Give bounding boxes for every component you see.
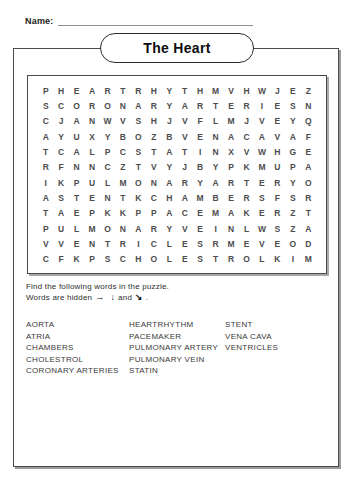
grid-cell-r1c17[interactable]: E <box>285 83 300 98</box>
grid-cell-r1c13[interactable]: V <box>223 83 238 98</box>
grid-cell-r7c12[interactable]: A <box>208 175 223 190</box>
grid-cell-r8c3[interactable]: T <box>69 190 84 205</box>
grid-cell-r11c15[interactable]: V <box>254 236 269 251</box>
grid-cell-r12c16[interactable]: K <box>270 252 285 267</box>
grid-cell-r4c16[interactable]: V <box>270 129 285 144</box>
grid-cell-r12c7[interactable]: H <box>131 252 146 267</box>
grid-cell-r4c13[interactable]: A <box>223 129 238 144</box>
grid-cell-r8c17[interactable]: S <box>285 190 300 205</box>
grid-cell-r5c18[interactable]: E <box>301 144 316 159</box>
grid-cell-r3c15[interactable]: V <box>254 114 269 129</box>
grid-cell-r12c18[interactable]: M <box>301 252 316 267</box>
grid-cell-r9c8[interactable]: P <box>146 206 161 221</box>
worksheet-page: Name: The Heart PHEARTRHYTHMVHWJEZSCORON… <box>0 0 354 500</box>
grid-cell-r8c13[interactable]: E <box>223 190 238 205</box>
grid-cell-r3c11[interactable]: F <box>192 114 207 129</box>
grid-cell-r1c4[interactable]: A <box>84 83 99 98</box>
grid-cell-r5c14[interactable]: V <box>239 144 254 159</box>
grid-cell-r2c1[interactable]: S <box>38 98 53 113</box>
grid-cell-r5c9[interactable]: A <box>162 144 177 159</box>
grid-cell-r2c11[interactable]: R <box>192 98 207 113</box>
grid-cell-r12c4[interactable]: P <box>84 252 99 267</box>
letter-grid: PHEARTRHYTHMVHWJEZSCORONARYARTERIESNCJAN… <box>38 83 316 267</box>
grid-cell-r4c1[interactable]: A <box>38 129 53 144</box>
grid-cell-r6c10[interactable]: J <box>177 160 192 175</box>
grid-cell-r9c10[interactable]: C <box>177 206 192 221</box>
grid-cell-r12c5[interactable]: S <box>100 252 115 267</box>
grid-cell-r9c12[interactable]: M <box>208 206 223 221</box>
grid-cell-r3c6[interactable]: V <box>115 114 130 129</box>
grid-cell-r6c4[interactable]: N <box>84 160 99 175</box>
grid-cell-r7c9[interactable]: A <box>162 175 177 190</box>
grid-cell-r11c4[interactable]: N <box>84 236 99 251</box>
grid-cell-r7c18[interactable]: O <box>301 175 316 190</box>
grid-cell-r3c3[interactable]: A <box>69 114 84 129</box>
grid-cell-r1c12[interactable]: M <box>208 83 223 98</box>
word-item: AORTA <box>26 319 129 331</box>
grid-cell-r4c11[interactable]: E <box>192 129 207 144</box>
grid-cell-r4c12[interactable]: N <box>208 129 223 144</box>
name-label: Name: <box>25 16 54 26</box>
grid-cell-r8c1[interactable]: A <box>38 190 53 205</box>
grid-cell-r6c17[interactable]: P <box>285 160 300 175</box>
grid-cell-r1c16[interactable]: J <box>270 83 285 98</box>
grid-cell-r10c8[interactable]: R <box>146 221 161 236</box>
grid-cell-r9c16[interactable]: R <box>270 206 285 221</box>
grid-cell-r2c12[interactable]: T <box>208 98 223 113</box>
grid-cell-r9c9[interactable]: A <box>162 206 177 221</box>
grid-cell-r2c15[interactable]: I <box>254 98 269 113</box>
and-word: and <box>118 293 132 302</box>
grid-cell-r3c9[interactable]: J <box>162 114 177 129</box>
word-item: CHAMBERS <box>26 342 129 354</box>
grid-cell-r2c17[interactable]: S <box>285 98 300 113</box>
grid-cell-r9c15[interactable]: E <box>254 206 269 221</box>
grid-cell-r3c10[interactable]: V <box>177 114 192 129</box>
grid-cell-r10c7[interactable]: A <box>131 221 146 236</box>
grid-cell-r7c14[interactable]: T <box>239 175 254 190</box>
word-item: VENA CAVA <box>225 331 315 343</box>
grid-cell-r12c6[interactable]: C <box>115 252 130 267</box>
grid-cell-r6c15[interactable]: M <box>254 160 269 175</box>
grid-cell-r11c6[interactable]: R <box>115 236 130 251</box>
grid-cell-r10c2[interactable]: U <box>53 221 68 236</box>
grid-cell-r10c15[interactable]: W <box>254 221 269 236</box>
grid-cell-r11c3[interactable]: E <box>69 236 84 251</box>
grid-cell-r7c17[interactable]: Y <box>285 175 300 190</box>
grid-cell-r12c15[interactable]: L <box>254 252 269 267</box>
grid-cell-r11c11[interactable]: S <box>192 236 207 251</box>
grid-cell-r2c14[interactable]: R <box>239 98 254 113</box>
grid-cell-r12c9[interactable]: L <box>162 252 177 267</box>
grid-cell-r5c5[interactable]: P <box>100 144 115 159</box>
grid-cell-r6c1[interactable]: R <box>38 160 53 175</box>
period: . <box>146 293 148 302</box>
grid-cell-r10c12[interactable]: I <box>208 221 223 236</box>
grid-cell-r12c2[interactable]: F <box>53 252 68 267</box>
grid-cell-r10c14[interactable]: L <box>239 221 254 236</box>
grid-cell-r2c7[interactable]: A <box>131 98 146 113</box>
grid-cell-r11c1[interactable]: V <box>38 236 53 251</box>
grid-cell-r7c5[interactable]: L <box>100 175 115 190</box>
grid-cell-r1c3[interactable]: E <box>69 83 84 98</box>
grid-cell-r9c17[interactable]: Z <box>285 206 300 221</box>
grid-cell-r6c11[interactable]: B <box>192 160 207 175</box>
grid-cell-r6c5[interactable]: C <box>100 160 115 175</box>
grid-cell-r5c16[interactable]: H <box>270 144 285 159</box>
grid-cell-r4c14[interactable]: C <box>239 129 254 144</box>
down-arrow-icon: ↓ <box>107 292 118 302</box>
puzzle-title: The Heart <box>143 40 210 56</box>
grid-cell-r12c3[interactable]: K <box>69 252 84 267</box>
grid-cell-r10c5[interactable]: O <box>100 221 115 236</box>
grid-cell-r9c1[interactable]: T <box>38 206 53 221</box>
grid-cell-r4c8[interactable]: Z <box>146 129 161 144</box>
grid-cell-r8c8[interactable]: C <box>146 190 161 205</box>
grid-cell-r7c15[interactable]: E <box>254 175 269 190</box>
word-list-column-1: AORTAATRIACHAMBERSCHOLESTROLCORONARY ART… <box>26 319 129 377</box>
grid-cell-r11c8[interactable]: C <box>146 236 161 251</box>
grid-cell-r4c4[interactable]: X <box>84 129 99 144</box>
grid-cell-r6c3[interactable]: N <box>69 160 84 175</box>
grid-cell-r6c18[interactable]: A <box>301 160 316 175</box>
word-item: CORONARY ARTERIES <box>26 365 129 377</box>
grid-cell-r11c14[interactable]: E <box>239 236 254 251</box>
grid-cell-r9c2[interactable]: A <box>53 206 68 221</box>
grid-cell-r6c12[interactable]: Y <box>208 160 223 175</box>
grid-cell-r5c12[interactable]: N <box>208 144 223 159</box>
grid-cell-r5c2[interactable]: C <box>53 144 68 159</box>
grid-cell-r3c7[interactable]: S <box>131 114 146 129</box>
word-item: CHOLESTROL <box>26 354 129 366</box>
grid-cell-r11c13[interactable]: M <box>223 236 238 251</box>
name-fill-in-line[interactable] <box>58 14 253 26</box>
diagonal-arrow-icon: ↘ <box>132 292 146 302</box>
grid-cell-r1c9[interactable]: Y <box>162 83 177 98</box>
grid-cell-r3c18[interactable]: Q <box>301 114 316 129</box>
grid-cell-r12c17[interactable]: I <box>285 252 300 267</box>
title-capsule: The Heart <box>100 33 254 63</box>
grid-cell-r7c7[interactable]: O <box>131 175 146 190</box>
grid-cell-r8c7[interactable]: K <box>131 190 146 205</box>
grid-cell-r4c2[interactable]: Y <box>53 129 68 144</box>
grid-cell-r5c11[interactable]: I <box>192 144 207 159</box>
grid-cell-r5c15[interactable]: W <box>254 144 269 159</box>
grid-cell-r7c16[interactable]: R <box>270 175 285 190</box>
grid-cell-r2c8[interactable]: R <box>146 98 161 113</box>
grid-cell-r6c16[interactable]: U <box>270 160 285 175</box>
grid-cell-r12c14[interactable]: O <box>239 252 254 267</box>
grid-cell-r3c17[interactable]: Y <box>285 114 300 129</box>
grid-cell-r5c17[interactable]: G <box>285 144 300 159</box>
grid-cell-r3c13[interactable]: M <box>223 114 238 129</box>
grid-cell-r8c11[interactable]: M <box>192 190 207 205</box>
grid-cell-r6c9[interactable]: Y <box>162 160 177 175</box>
word-list: AORTAATRIACHAMBERSCHOLESTROLCORONARY ART… <box>26 319 315 377</box>
grid-cell-r8c15[interactable]: S <box>254 190 269 205</box>
word-item: STATIN <box>129 365 225 377</box>
grid-cell-r2c4[interactable]: R <box>84 98 99 113</box>
grid-cell-r4c9[interactable]: B <box>162 129 177 144</box>
grid-cell-r4c17[interactable]: A <box>285 129 300 144</box>
grid-cell-r2c13[interactable]: E <box>223 98 238 113</box>
grid-cell-r1c5[interactable]: R <box>100 83 115 98</box>
grid-cell-r9c4[interactable]: P <box>84 206 99 221</box>
grid-cell-r8c16[interactable]: F <box>270 190 285 205</box>
grid-cell-r9c18[interactable]: T <box>301 206 316 221</box>
word-item: VENTRICLES <box>225 342 315 354</box>
grid-cell-r5c3[interactable]: A <box>69 144 84 159</box>
grid-cell-r5c6[interactable]: C <box>115 144 130 159</box>
grid-cell-r9c14[interactable]: K <box>239 206 254 221</box>
grid-cell-r2c18[interactable]: N <box>301 98 316 113</box>
grid-cell-r8c2[interactable]: S <box>53 190 68 205</box>
grid-cell-r9c13[interactable]: A <box>223 206 238 221</box>
grid-cell-r12c12[interactable]: T <box>208 252 223 267</box>
grid-cell-r5c7[interactable]: S <box>131 144 146 159</box>
grid-cell-r10c10[interactable]: V <box>177 221 192 236</box>
grid-cell-r1c2[interactable]: H <box>53 83 68 98</box>
grid-cell-r7c2[interactable]: K <box>53 175 68 190</box>
instructions: Find the following words in the puzzle. … <box>26 281 169 303</box>
grid-cell-r4c3[interactable]: U <box>69 129 84 144</box>
grid-cell-r10c1[interactable]: P <box>38 221 53 236</box>
grid-cell-r11c17[interactable]: O <box>285 236 300 251</box>
grid-cell-r4c6[interactable]: B <box>115 129 130 144</box>
grid-cell-r1c14[interactable]: H <box>239 83 254 98</box>
grid-cell-r4c18[interactable]: F <box>301 129 316 144</box>
grid-cell-r11c9[interactable]: L <box>162 236 177 251</box>
word-item: PULMONARY ARTERY <box>129 342 225 354</box>
grid-cell-r11c5[interactable]: T <box>100 236 115 251</box>
grid-cell-r3c12[interactable]: L <box>208 114 223 129</box>
grid-cell-r5c1[interactable]: T <box>38 144 53 159</box>
name-row: Name: <box>25 14 253 26</box>
grid-cell-r5c8[interactable]: T <box>146 144 161 159</box>
word-item: STENT <box>225 319 315 331</box>
grid-cell-r3c1[interactable]: C <box>38 114 53 129</box>
grid-cell-r10c16[interactable]: S <box>270 221 285 236</box>
grid-cell-r8c4[interactable]: E <box>84 190 99 205</box>
grid-cell-r7c13[interactable]: R <box>223 175 238 190</box>
grid-cell-r11c16[interactable]: E <box>270 236 285 251</box>
grid-cell-r8c14[interactable]: R <box>239 190 254 205</box>
grid-cell-r4c10[interactable]: V <box>177 129 192 144</box>
grid-cell-r9c6[interactable]: K <box>115 206 130 221</box>
grid-cell-r8c9[interactable]: H <box>162 190 177 205</box>
grid-cell-r6c6[interactable]: Z <box>115 160 130 175</box>
word-list-column-3: STENTVENA CAVAVENTRICLES <box>225 319 315 377</box>
grid-cell-r10c11[interactable]: E <box>192 221 207 236</box>
grid-cell-r1c11[interactable]: H <box>192 83 207 98</box>
word-item: ATRIA <box>26 331 129 343</box>
word-item: HEARTRHYTHM <box>129 319 225 331</box>
grid-cell-r11c2[interactable]: V <box>53 236 68 251</box>
grid-cell-r10c13[interactable]: N <box>223 221 238 236</box>
grid-cell-r2c16[interactable]: E <box>270 98 285 113</box>
grid-cell-r9c11[interactable]: E <box>192 206 207 221</box>
grid-cell-r12c13[interactable]: R <box>223 252 238 267</box>
grid-cell-r10c17[interactable]: Z <box>285 221 300 236</box>
grid-cell-r7c4[interactable]: U <box>84 175 99 190</box>
grid-cell-r3c8[interactable]: H <box>146 114 161 129</box>
grid-cell-r7c3[interactable]: P <box>69 175 84 190</box>
grid-cell-r1c18[interactable]: Z <box>301 83 316 98</box>
grid-cell-r2c6[interactable]: N <box>115 98 130 113</box>
grid-cell-r3c14[interactable]: J <box>239 114 254 129</box>
word-item: PULMONARY VEIN <box>129 354 225 366</box>
grid-cell-r12c1[interactable]: C <box>38 252 53 267</box>
grid-cell-r3c5[interactable]: W <box>100 114 115 129</box>
grid-cell-r4c15[interactable]: A <box>254 129 269 144</box>
grid-cell-r2c5[interactable]: O <box>100 98 115 113</box>
grid-cell-r9c7[interactable]: P <box>131 206 146 221</box>
grid-cell-r8c6[interactable]: T <box>115 190 130 205</box>
grid-cell-r12c8[interactable]: O <box>146 252 161 267</box>
grid-cell-r6c13[interactable]: P <box>223 160 238 175</box>
instructions-line2: Words are hidden→↓and↘. <box>26 292 169 303</box>
grid-cell-r8c12[interactable]: B <box>208 190 223 205</box>
grid-cell-r3c4[interactable]: N <box>84 114 99 129</box>
grid-cell-r5c10[interactable]: T <box>177 144 192 159</box>
grid-cell-r1c6[interactable]: T <box>115 83 130 98</box>
grid-cell-r7c6[interactable]: M <box>115 175 130 190</box>
grid-cell-r10c6[interactable]: N <box>115 221 130 236</box>
grid-cell-r1c8[interactable]: H <box>146 83 161 98</box>
instructions-line1: Find the following words in the puzzle. <box>26 281 169 292</box>
grid-cell-r11c10[interactable]: E <box>177 236 192 251</box>
grid-cell-r5c13[interactable]: X <box>223 144 238 159</box>
grid-cell-r10c4[interactable]: M <box>84 221 99 236</box>
grid-cell-r8c5[interactable]: N <box>100 190 115 205</box>
grid-cell-r3c2[interactable]: J <box>53 114 68 129</box>
grid-cell-r4c5[interactable]: Y <box>100 129 115 144</box>
grid-cell-r6c8[interactable]: V <box>146 160 161 175</box>
grid-cell-r1c10[interactable]: T <box>177 83 192 98</box>
grid-cell-r10c18[interactable]: A <box>301 221 316 236</box>
grid-cell-r7c8[interactable]: N <box>146 175 161 190</box>
grid-cell-r2c10[interactable]: A <box>177 98 192 113</box>
grid-cell-r11c7[interactable]: I <box>131 236 146 251</box>
grid-cell-r6c2[interactable]: F <box>53 160 68 175</box>
grid-cell-r11c12[interactable]: R <box>208 236 223 251</box>
grid-cell-r1c1[interactable]: P <box>38 83 53 98</box>
grid-cell-r2c2[interactable]: C <box>53 98 68 113</box>
grid-cell-r1c7[interactable]: R <box>131 83 146 98</box>
grid-cell-r10c3[interactable]: L <box>69 221 84 236</box>
instructions-line2-text: Words are hidden <box>26 293 92 302</box>
puzzle-grid-box: PHEARTRHYTHMVHWJEZSCORONARYARTERIESNCJAN… <box>27 75 327 274</box>
grid-cell-r3c16[interactable]: E <box>270 114 285 129</box>
grid-cell-r10c9[interactable]: Y <box>162 221 177 236</box>
grid-cell-r12c10[interactable]: E <box>177 252 192 267</box>
grid-cell-r12c11[interactable]: S <box>192 252 207 267</box>
word-list-column-2: HEARTRHYTHMPACEMAKERPULMONARY ARTERYPULM… <box>129 319 225 377</box>
grid-cell-r7c10[interactable]: R <box>177 175 192 190</box>
right-arrow-icon: → <box>92 292 107 302</box>
grid-cell-r1c15[interactable]: W <box>254 83 269 98</box>
grid-cell-r9c3[interactable]: E <box>69 206 84 221</box>
grid-cell-r6c7[interactable]: T <box>131 160 146 175</box>
grid-cell-r4c7[interactable]: O <box>131 129 146 144</box>
grid-cell-r8c10[interactable]: A <box>177 190 192 205</box>
grid-cell-r7c1[interactable]: I <box>38 175 53 190</box>
grid-cell-r8c18[interactable]: R <box>301 190 316 205</box>
grid-cell-r5c4[interactable]: L <box>84 144 99 159</box>
grid-cell-r2c9[interactable]: Y <box>162 98 177 113</box>
grid-cell-r6c14[interactable]: K <box>239 160 254 175</box>
grid-cell-r9c5[interactable]: K <box>100 206 115 221</box>
grid-cell-r7c11[interactable]: Y <box>192 175 207 190</box>
grid-cell-r11c18[interactable]: D <box>301 236 316 251</box>
grid-cell-r2c3[interactable]: O <box>69 98 84 113</box>
word-item: PACEMAKER <box>129 331 225 343</box>
